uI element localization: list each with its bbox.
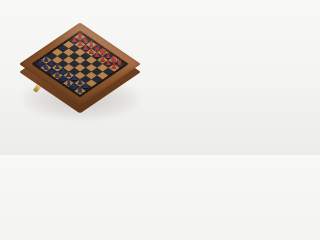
photo-scene: ♜♞♝♛♚♝♞♜♟♟♟♟♟♟♟♟♟♟♟♟♟♟♟♟♜♞♝♛♚♝♞♜	[0, 0, 155, 155]
